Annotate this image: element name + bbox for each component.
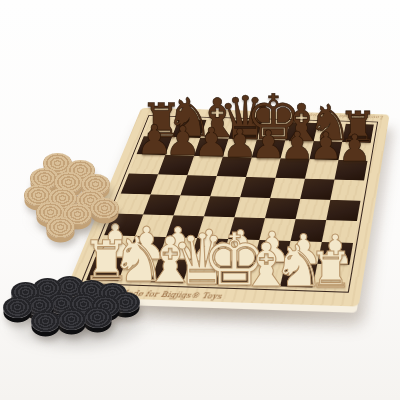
black-checker-disc[interactable] bbox=[83, 307, 112, 328]
light-checker-disc[interactable] bbox=[90, 198, 119, 219]
black-pawn[interactable]: ♟ bbox=[330, 130, 378, 167]
square-g5[interactable] bbox=[300, 179, 334, 200]
black-checker-disc[interactable] bbox=[31, 311, 60, 332]
square-f5[interactable] bbox=[270, 178, 305, 199]
square-g4[interactable] bbox=[296, 199, 331, 221]
black-checker-disc[interactable] bbox=[3, 297, 32, 318]
square-h4[interactable] bbox=[326, 199, 360, 221]
square-h5[interactable] bbox=[330, 179, 364, 200]
black-checker-disc[interactable] bbox=[57, 309, 86, 330]
square-f4[interactable] bbox=[265, 198, 300, 220]
light-checker-disc[interactable] bbox=[46, 217, 75, 238]
chess-set-product-photo: Lovingly Made for Bigjigs® Toys Lovingly… bbox=[0, 0, 400, 400]
white-rook[interactable]: ♜ bbox=[299, 246, 363, 296]
